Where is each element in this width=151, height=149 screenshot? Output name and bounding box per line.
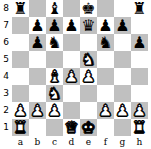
white-king-e1: ♚ — [81, 119, 95, 136]
square-a2[interactable]: ♟ — [12, 102, 29, 119]
square-f4[interactable] — [97, 68, 114, 85]
square-d6[interactable] — [63, 34, 80, 51]
square-g1[interactable] — [114, 119, 131, 136]
square-a6[interactable] — [12, 34, 29, 51]
white-pawn-c2: ♟ — [47, 102, 61, 119]
square-b6[interactable]: ♟ — [29, 34, 46, 51]
square-e7[interactable]: ♛ — [80, 17, 97, 34]
black-pawn-d7: ♟ — [64, 17, 78, 34]
square-b3[interactable] — [29, 85, 46, 102]
white-queen-d1: ♛ — [64, 119, 78, 136]
file-labels: abcdefgh — [12, 136, 148, 149]
file-label-g: g — [114, 136, 131, 149]
white-pawn-h2: ♟ — [132, 102, 146, 119]
square-f6[interactable]: ♞ — [97, 34, 114, 51]
white-knight-e5: ♞ — [81, 51, 95, 68]
rank-label-5: 5 — [0, 51, 12, 68]
square-e8[interactable]: ♚ — [80, 0, 97, 17]
square-h5[interactable] — [131, 51, 148, 68]
square-g3[interactable] — [114, 85, 131, 102]
file-label-d: d — [63, 136, 80, 149]
square-b5[interactable] — [29, 51, 46, 68]
square-e2[interactable] — [80, 102, 97, 119]
square-b4[interactable] — [29, 68, 46, 85]
square-a5[interactable] — [12, 51, 29, 68]
square-h8[interactable]: ♜ — [131, 0, 148, 17]
white-pawn-b2: ♟ — [30, 102, 44, 119]
black-queen-e7: ♛ — [81, 17, 95, 34]
square-c2[interactable]: ♟ — [46, 102, 63, 119]
black-pawn-b6: ♟ — [30, 34, 44, 51]
square-h7[interactable] — [131, 17, 148, 34]
square-e3[interactable] — [80, 85, 97, 102]
white-pawn-g2: ♟ — [115, 102, 129, 119]
rank-label-1: 1 — [0, 119, 12, 136]
rank-label-3: 3 — [0, 85, 12, 102]
rank-label-7: 7 — [0, 17, 12, 34]
black-pawn-c7: ♟ — [47, 17, 61, 34]
black-rook-a8: ♜ — [13, 0, 27, 17]
black-knight-f6: ♞ — [98, 34, 112, 51]
square-f7[interactable]: ♟ — [97, 17, 114, 34]
square-c4[interactable]: ♝ — [46, 68, 63, 85]
square-e4[interactable]: ♟ — [80, 68, 97, 85]
square-d8[interactable] — [63, 0, 80, 17]
square-h1[interactable]: ♜ — [131, 119, 148, 136]
black-pawn-f7: ♟ — [98, 17, 112, 34]
square-e5[interactable]: ♞ — [80, 51, 97, 68]
black-pawn-g7: ♟ — [115, 17, 129, 34]
square-d3[interactable] — [63, 85, 80, 102]
square-a7[interactable] — [12, 17, 29, 34]
black-pawn-h6: ♟ — [132, 34, 146, 51]
square-f8[interactable] — [97, 0, 114, 17]
square-b1[interactable] — [29, 119, 46, 136]
square-h6[interactable]: ♟ — [131, 34, 148, 51]
black-bishop-c8: ♝ — [47, 0, 61, 17]
square-g5[interactable] — [114, 51, 131, 68]
square-g6[interactable] — [114, 34, 131, 51]
white-rook-a1: ♜ — [13, 119, 27, 136]
white-pawn-d4: ♟ — [64, 68, 78, 85]
square-a8[interactable]: ♜ — [12, 0, 29, 17]
rank-label-4: 4 — [0, 68, 12, 85]
square-f5[interactable] — [97, 51, 114, 68]
black-king-e8: ♚ — [81, 0, 95, 17]
rank-label-2: 2 — [0, 102, 12, 119]
file-label-c: c — [46, 136, 63, 149]
file-label-f: f — [97, 136, 114, 149]
file-label-a: a — [12, 136, 29, 149]
square-f1[interactable] — [97, 119, 114, 136]
square-e6[interactable] — [80, 34, 97, 51]
square-c3[interactable]: ♞ — [46, 85, 63, 102]
square-g8[interactable] — [114, 0, 131, 17]
square-e1[interactable]: ♚ — [80, 119, 97, 136]
square-d4[interactable]: ♟ — [63, 68, 80, 85]
white-pawn-e4: ♟ — [81, 68, 95, 85]
square-h3[interactable] — [131, 85, 148, 102]
square-c5[interactable] — [46, 51, 63, 68]
rank-label-6: 6 — [0, 34, 12, 51]
file-label-b: b — [29, 136, 46, 149]
square-c7[interactable]: ♟ — [46, 17, 63, 34]
rank-label-8: 8 — [0, 0, 12, 17]
square-g4[interactable] — [114, 68, 131, 85]
chess-board: ♜♝♚♜♟♟♟♛♟♟♟♞♞♟♞♝♟♟♞♟♟♟♟♟♟♜♛♚♜ — [12, 0, 148, 136]
black-rook-h8: ♜ — [132, 0, 146, 17]
white-pawn-a2: ♟ — [13, 102, 27, 119]
square-c1[interactable] — [46, 119, 63, 136]
square-b7[interactable]: ♟ — [29, 17, 46, 34]
square-d2[interactable] — [63, 102, 80, 119]
square-d7[interactable]: ♟ — [63, 17, 80, 34]
square-b2[interactable]: ♟ — [29, 102, 46, 119]
square-a4[interactable] — [12, 68, 29, 85]
square-c8[interactable]: ♝ — [46, 0, 63, 17]
square-h2[interactable]: ♟ — [131, 102, 148, 119]
square-a1[interactable]: ♜ — [12, 119, 29, 136]
square-a3[interactable] — [12, 85, 29, 102]
square-d1[interactable]: ♛ — [63, 119, 80, 136]
white-bishop-c4: ♝ — [47, 68, 61, 85]
square-g2[interactable]: ♟ — [114, 102, 131, 119]
chess-board-diagram: 87654321 ♜♝♚♜♟♟♟♛♟♟♟♞♞♟♞♝♟♟♞♟♟♟♟♟♟♜♛♚♜ a… — [0, 0, 151, 149]
square-f2[interactable]: ♟ — [97, 102, 114, 119]
file-label-h: h — [131, 136, 148, 149]
square-g7[interactable]: ♟ — [114, 17, 131, 34]
square-d5[interactable] — [63, 51, 80, 68]
white-rook-h1: ♜ — [132, 119, 146, 136]
square-f3[interactable] — [97, 85, 114, 102]
square-c6[interactable]: ♞ — [46, 34, 63, 51]
white-knight-c3: ♞ — [47, 85, 61, 102]
file-label-e: e — [80, 136, 97, 149]
black-pawn-b7: ♟ — [30, 17, 44, 34]
rank-labels: 87654321 — [0, 0, 12, 136]
square-h4[interactable] — [131, 68, 148, 85]
black-knight-c6: ♞ — [47, 34, 61, 51]
square-b8[interactable] — [29, 0, 46, 17]
white-pawn-f2: ♟ — [98, 102, 112, 119]
